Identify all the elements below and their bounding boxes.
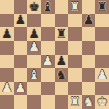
square-a2[interactable]: ♟ [0,82,14,96]
square-a8[interactable] [0,0,14,14]
piece-black-knight[interactable]: ♞ [56,68,67,81]
square-c5[interactable]: ♟ [27,41,41,55]
square-b5[interactable] [14,41,28,55]
square-b3[interactable] [14,68,28,82]
square-a1[interactable] [0,95,14,109]
square-a3[interactable] [0,68,14,82]
square-a4[interactable] [0,55,14,69]
piece-black-pawn[interactable]: ♟ [83,14,94,27]
piece-black-rook[interactable]: ♜ [97,0,108,13]
square-c8[interactable]: ♚ [27,0,41,14]
piece-white-pawn[interactable]: ♟ [28,41,39,54]
square-b6[interactable] [14,27,28,41]
piece-black-pawn[interactable]: ♟ [1,27,12,40]
piece-white-pawn[interactable]: ♟ [42,55,53,68]
square-f5[interactable] [68,41,82,55]
square-c2[interactable] [27,82,41,96]
piece-white-rook[interactable]: ♜ [69,95,80,108]
square-d5[interactable] [41,41,55,55]
square-b4[interactable] [14,55,28,69]
square-f8[interactable]: ♜ [68,0,82,14]
square-d4[interactable]: ♟ [41,55,55,69]
piece-white-pawn[interactable]: ♟ [15,82,26,95]
square-g2[interactable] [82,82,96,96]
square-f4[interactable] [68,55,82,69]
square-d1[interactable] [41,95,55,109]
square-d7[interactable] [41,14,55,28]
piece-white-pawn[interactable]: ♟ [1,82,12,95]
square-h5[interactable] [95,41,109,55]
square-e5[interactable] [55,41,69,55]
piece-white-king[interactable]: ♚ [97,95,108,108]
square-c6[interactable]: ♟ [27,27,41,41]
square-g7[interactable]: ♟ [82,14,96,28]
piece-black-king[interactable]: ♚ [28,0,39,13]
square-h3[interactable]: ♟ [95,68,109,82]
square-e2[interactable] [55,82,69,96]
square-d6[interactable] [41,27,55,41]
square-g8[interactable] [82,0,96,14]
square-d2[interactable] [41,82,55,96]
square-h7[interactable] [95,14,109,28]
square-g5[interactable] [82,41,96,55]
piece-black-pawn[interactable]: ♟ [28,27,39,40]
piece-black-pawn[interactable]: ♟ [56,55,67,68]
square-b8[interactable] [14,0,28,14]
square-b7[interactable]: ♟ [14,14,28,28]
square-a7[interactable] [0,14,14,28]
piece-white-knight[interactable]: ♞ [83,95,94,108]
square-f6[interactable] [68,27,82,41]
square-f3[interactable] [68,68,82,82]
square-h1[interactable]: ♚ [95,95,109,109]
square-g3[interactable] [82,68,96,82]
square-h2[interactable] [95,82,109,96]
square-g4[interactable] [82,55,96,69]
square-f2[interactable] [68,82,82,96]
square-g6[interactable] [82,27,96,41]
piece-white-pawn[interactable]: ♟ [97,68,108,81]
square-e1[interactable] [55,95,69,109]
square-c7[interactable] [27,14,41,28]
square-d3[interactable] [41,68,55,82]
square-d8[interactable]: ♝ [41,0,55,14]
square-b2[interactable]: ♟ [14,82,28,96]
square-f1[interactable]: ♜ [68,95,82,109]
square-e4[interactable]: ♟ [55,55,69,69]
square-a6[interactable]: ♟ [0,27,14,41]
square-h8[interactable]: ♜ [95,0,109,14]
square-b1[interactable] [14,95,28,109]
square-c1[interactable] [27,95,41,109]
square-f7[interactable] [68,14,82,28]
piece-white-bishop[interactable]: ♝ [28,68,39,81]
square-a5[interactable] [0,41,14,55]
square-h4[interactable] [95,55,109,69]
piece-white-rook[interactable]: ♜ [69,0,80,13]
square-g1[interactable]: ♞ [82,95,96,109]
piece-black-bishop[interactable]: ♝ [42,0,53,13]
square-e7[interactable] [55,14,69,28]
square-c3[interactable]: ♝ [27,68,41,82]
piece-black-rook[interactable]: ♜ [56,27,67,40]
square-e8[interactable] [55,0,69,14]
square-e3[interactable]: ♞ [55,68,69,82]
piece-black-pawn[interactable]: ♟ [15,14,26,27]
square-c4[interactable] [27,55,41,69]
square-e6[interactable]: ♜ [55,27,69,41]
chess-board: ♚♝♜♜♟♟♟♟♜♟♟♟♝♞♟♟♟♜♞♚ [0,0,109,109]
square-h6[interactable] [95,27,109,41]
